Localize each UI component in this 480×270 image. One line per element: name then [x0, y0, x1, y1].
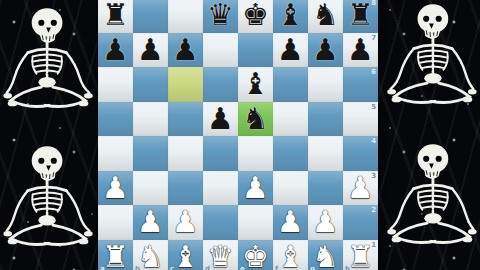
left-skeleton-panel	[0, 0, 98, 270]
square-b4[interactable]	[133, 136, 168, 171]
rank-label: 2	[371, 206, 376, 214]
square-f2[interactable]: ♟	[273, 205, 308, 240]
square-d2[interactable]	[203, 205, 238, 240]
square-e4[interactable]	[238, 136, 273, 171]
rank-label: 5	[371, 103, 376, 111]
square-d7[interactable]	[203, 33, 238, 68]
square-b1[interactable]: ♞b	[133, 240, 168, 270]
square-d1[interactable]: ♛d	[203, 240, 238, 270]
skeleton-art-icon	[1, 4, 97, 126]
piece-black-king[interactable]: ♚	[238, 0, 273, 33]
right-skeleton-panel	[378, 0, 480, 270]
rank-label: 1	[371, 241, 376, 249]
square-g7[interactable]: ♟	[308, 33, 343, 68]
square-g8[interactable]: ♞	[308, 0, 343, 33]
piece-white-pawn[interactable]: ♟	[308, 205, 343, 240]
square-a7[interactable]: ♟	[98, 33, 133, 68]
square-f8[interactable]: ♝	[273, 0, 308, 33]
square-h4[interactable]: 4	[343, 136, 378, 171]
rank-label: 4	[371, 137, 376, 145]
square-d4[interactable]	[203, 136, 238, 171]
square-f1[interactable]: ♝f	[273, 240, 308, 270]
square-a3[interactable]: ♟	[98, 171, 133, 206]
square-a4[interactable]	[98, 136, 133, 171]
square-a8[interactable]: ♜	[98, 0, 133, 33]
skeleton-art-icon	[383, 0, 479, 122]
square-b3[interactable]	[133, 171, 168, 206]
square-e2[interactable]	[238, 205, 273, 240]
piece-black-pawn[interactable]: ♟	[168, 33, 203, 68]
square-e1[interactable]: ♚e	[238, 240, 273, 270]
square-b7[interactable]: ♟	[133, 33, 168, 68]
square-d6[interactable]	[203, 67, 238, 102]
piece-black-pawn[interactable]: ♟	[203, 102, 238, 137]
piece-black-bishop[interactable]: ♝	[273, 0, 308, 33]
square-g2[interactable]: ♟	[308, 205, 343, 240]
square-f7[interactable]: ♟	[273, 33, 308, 68]
square-h8[interactable]: ♜8	[343, 0, 378, 33]
skeleton-art-icon	[383, 140, 479, 262]
square-c1[interactable]: ♝c	[168, 240, 203, 270]
square-c4[interactable]	[168, 136, 203, 171]
square-h7[interactable]: ♟7	[343, 33, 378, 68]
square-h3[interactable]: ♟3	[343, 171, 378, 206]
square-c2[interactable]: ♟	[168, 205, 203, 240]
skeleton-art-icon	[1, 142, 97, 264]
square-h2[interactable]: 2	[343, 205, 378, 240]
file-label: b	[135, 265, 140, 270]
square-e6[interactable]: ♝	[238, 67, 273, 102]
file-label: g	[310, 265, 315, 270]
file-label: e	[240, 265, 245, 270]
square-c6[interactable]	[168, 67, 203, 102]
square-h6[interactable]: 6	[343, 67, 378, 102]
piece-black-pawn[interactable]: ♟	[308, 33, 343, 68]
file-label: d	[205, 265, 210, 270]
square-b6[interactable]	[133, 67, 168, 102]
file-label: f	[275, 265, 278, 270]
square-e7[interactable]	[238, 33, 273, 68]
piece-white-pawn[interactable]: ♟	[168, 205, 203, 240]
file-label: h	[345, 265, 350, 270]
square-h1[interactable]: ♜1h	[343, 240, 378, 270]
square-e8[interactable]: ♚	[238, 0, 273, 33]
rank-label: 8	[371, 0, 376, 7]
square-g3[interactable]	[308, 171, 343, 206]
piece-black-pawn[interactable]: ♟	[133, 33, 168, 68]
square-g1[interactable]: ♞g	[308, 240, 343, 270]
piece-black-pawn[interactable]: ♟	[98, 33, 133, 68]
square-f4[interactable]	[273, 136, 308, 171]
piece-black-pawn[interactable]: ♟	[273, 33, 308, 68]
piece-black-bishop[interactable]: ♝	[238, 67, 273, 102]
square-f3[interactable]	[273, 171, 308, 206]
square-g6[interactable]	[308, 67, 343, 102]
video-frame: ♜♛♚♝♞♜8♟♟♟♟♟♟7♝6♟♞54♟♟♟3♟♟♟♟2♜a♞b♝c♛d♚e♝…	[0, 0, 480, 270]
piece-white-pawn[interactable]: ♟	[98, 171, 133, 206]
rank-label: 3	[371, 172, 376, 180]
square-e5[interactable]: ♞	[238, 102, 273, 137]
square-f5[interactable]	[273, 102, 308, 137]
square-c3[interactable]	[168, 171, 203, 206]
square-g4[interactable]	[308, 136, 343, 171]
piece-black-queen[interactable]: ♛	[203, 0, 238, 33]
square-f6[interactable]	[273, 67, 308, 102]
square-a2[interactable]	[98, 205, 133, 240]
piece-black-knight[interactable]: ♞	[308, 0, 343, 33]
square-h5[interactable]: 5	[343, 102, 378, 137]
square-c8[interactable]	[168, 0, 203, 33]
piece-white-pawn[interactable]: ♟	[238, 171, 273, 206]
square-a5[interactable]	[98, 102, 133, 137]
square-a6[interactable]	[98, 67, 133, 102]
square-a1[interactable]: ♜a	[98, 240, 133, 270]
square-d8[interactable]: ♛	[203, 0, 238, 33]
rank-label: 6	[371, 68, 376, 76]
file-label: c	[170, 265, 174, 270]
square-d5[interactable]: ♟	[203, 102, 238, 137]
square-d3[interactable]	[203, 171, 238, 206]
square-b2[interactable]: ♟	[133, 205, 168, 240]
piece-black-rook[interactable]: ♜	[98, 0, 133, 33]
piece-white-bishop[interactable]: ♝	[273, 240, 308, 270]
file-label: a	[100, 265, 105, 270]
square-b8[interactable]	[133, 0, 168, 33]
square-c7[interactable]: ♟	[168, 33, 203, 68]
square-b5[interactable]	[133, 102, 168, 137]
piece-black-knight[interactable]: ♞	[238, 102, 273, 137]
square-e3[interactable]: ♟	[238, 171, 273, 206]
piece-white-pawn[interactable]: ♟	[133, 205, 168, 240]
square-g5[interactable]	[308, 102, 343, 137]
piece-white-pawn[interactable]: ♟	[273, 205, 308, 240]
rank-label: 7	[371, 34, 376, 42]
chess-board[interactable]: ♜♛♚♝♞♜8♟♟♟♟♟♟7♝6♟♞54♟♟♟3♟♟♟♟2♜a♞b♝c♛d♚e♝…	[98, 0, 378, 270]
square-c5[interactable]	[168, 102, 203, 137]
